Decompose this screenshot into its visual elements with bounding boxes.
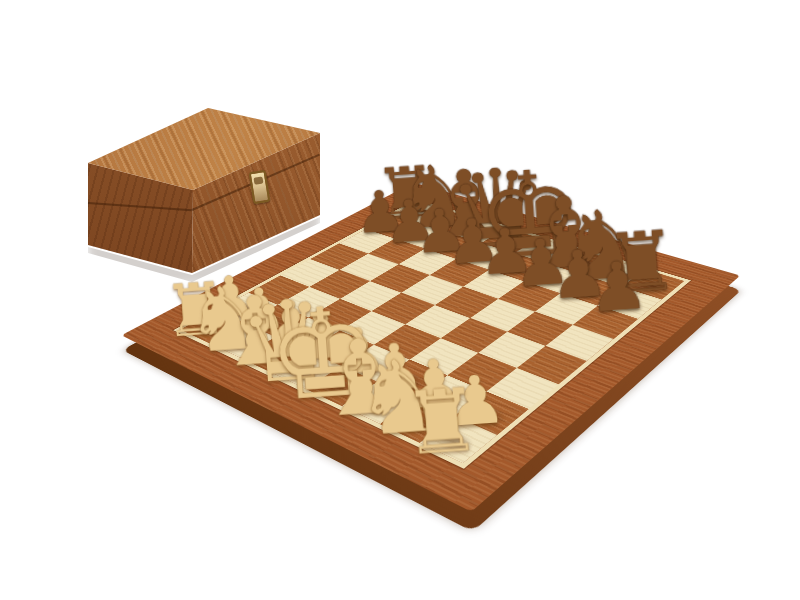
board-frame: ♜♞♝♛♚♝♞♜♟♟♟♟♟♟♟♟♟♟♟♟♟♟♟♟♜♞♝♛♚♝♞♜ xyxy=(121,183,740,512)
piece-white-rook[interactable]: ♜ xyxy=(399,376,483,468)
chess-set-product-scene: ♜♞♝♛♚♝♞♜♟♟♟♟♟♟♟♟♟♟♟♟♟♟♟♟♜♞♝♛♚♝♞♜ xyxy=(0,0,800,600)
chessboard-3d: ♜♞♝♛♚♝♞♜♟♟♟♟♟♟♟♟♟♟♟♟♟♟♟♟♜♞♝♛♚♝♞♜ xyxy=(121,183,740,512)
chessboard: ♜♞♝♛♚♝♞♜♟♟♟♟♟♟♟♟♟♟♟♟♟♟♟♟♜♞♝♛♚♝♞♜ xyxy=(200,70,670,540)
piece-black-pawn[interactable]: ♟ xyxy=(585,251,650,322)
board-grid: ♜♞♝♛♚♝♞♜♟♟♟♟♟♟♟♟♟♟♟♟♟♟♟♟♜♞♝♛♚♝♞♜ xyxy=(180,201,683,463)
